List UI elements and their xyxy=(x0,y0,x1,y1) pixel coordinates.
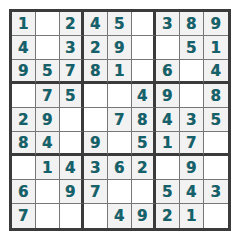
sudoku-cell-r5c4[interactable] xyxy=(84,108,108,132)
sudoku-cell-r2c4[interactable]: 2 xyxy=(84,36,108,60)
sudoku-cell-r6c1[interactable]: 8 xyxy=(12,132,36,156)
sudoku-cell-r2c9[interactable]: 1 xyxy=(204,36,228,60)
sudoku-cell-r4c7[interactable]: 9 xyxy=(156,84,180,108)
sudoku-cell-r3c9[interactable]: 4 xyxy=(204,60,228,84)
sudoku-cell-r8c2[interactable] xyxy=(36,180,60,204)
sudoku-cell-r2c5[interactable]: 9 xyxy=(108,36,132,60)
sudoku-cell-r1c8[interactable]: 8 xyxy=(180,12,204,36)
sudoku-cell-r9c3[interactable] xyxy=(60,204,84,228)
sudoku-cell-r8c5[interactable] xyxy=(108,180,132,204)
sudoku-cell-r3c4[interactable]: 8 xyxy=(84,60,108,84)
sudoku-cell-r8c9[interactable]: 3 xyxy=(204,180,228,204)
sudoku-cell-r9c1[interactable]: 7 xyxy=(12,204,36,228)
sudoku-cell-r9c2[interactable] xyxy=(36,204,60,228)
sudoku-cell-r3c2[interactable]: 5 xyxy=(36,60,60,84)
sudoku-cell-r6c8[interactable]: 7 xyxy=(180,132,204,156)
sudoku-cell-r8c1[interactable]: 6 xyxy=(12,180,36,204)
sudoku-cell-r7c8[interactable]: 9 xyxy=(180,156,204,180)
sudoku-cell-r4c3[interactable]: 5 xyxy=(60,84,84,108)
sudoku-cell-r3c8[interactable] xyxy=(180,60,204,84)
sudoku-cell-r3c1[interactable]: 9 xyxy=(12,60,36,84)
sudoku-cell-r9c9[interactable] xyxy=(204,204,228,228)
sudoku-cell-r1c9[interactable]: 9 xyxy=(204,12,228,36)
sudoku-cell-r7c4[interactable]: 3 xyxy=(84,156,108,180)
sudoku-cell-r8c3[interactable]: 9 xyxy=(60,180,84,204)
sudoku-cell-r3c3[interactable]: 7 xyxy=(60,60,84,84)
sudoku-cell-r3c6[interactable] xyxy=(132,60,156,84)
sudoku-cell-r1c2[interactable] xyxy=(36,12,60,36)
sudoku-cell-r5c6[interactable]: 8 xyxy=(132,108,156,132)
sudoku-cell-r2c3[interactable]: 3 xyxy=(60,36,84,60)
sudoku-cell-r4c6[interactable]: 4 xyxy=(132,84,156,108)
sudoku-cell-r4c5[interactable] xyxy=(108,84,132,108)
sudoku-cell-r9c5[interactable]: 4 xyxy=(108,204,132,228)
sudoku-cell-r1c5[interactable]: 5 xyxy=(108,12,132,36)
sudoku-cell-r5c9[interactable]: 5 xyxy=(204,108,228,132)
sudoku-cell-r4c8[interactable] xyxy=(180,84,204,108)
sudoku-cell-r4c9[interactable]: 8 xyxy=(204,84,228,108)
sudoku-cell-r7c6[interactable]: 2 xyxy=(132,156,156,180)
sudoku-cell-r5c1[interactable]: 2 xyxy=(12,108,36,132)
sudoku-cell-r5c7[interactable]: 4 xyxy=(156,108,180,132)
sudoku-cell-r5c3[interactable] xyxy=(60,108,84,132)
sudoku-board: 1245389432951957816475498297843584951714… xyxy=(9,9,231,231)
sudoku-cell-r2c2[interactable] xyxy=(36,36,60,60)
sudoku-cell-r7c1[interactable] xyxy=(12,156,36,180)
sudoku-cell-r9c4[interactable] xyxy=(84,204,108,228)
sudoku-cell-r2c6[interactable] xyxy=(132,36,156,60)
sudoku-cell-r7c7[interactable] xyxy=(156,156,180,180)
sudoku-cell-r8c4[interactable]: 7 xyxy=(84,180,108,204)
sudoku-cell-r6c5[interactable] xyxy=(108,132,132,156)
sudoku-cell-r5c2[interactable]: 9 xyxy=(36,108,60,132)
sudoku-cell-r9c8[interactable]: 1 xyxy=(180,204,204,228)
sudoku-cell-r7c3[interactable]: 4 xyxy=(60,156,84,180)
sudoku-cell-r5c8[interactable]: 3 xyxy=(180,108,204,132)
sudoku-cell-r6c2[interactable]: 4 xyxy=(36,132,60,156)
sudoku-cell-r8c7[interactable]: 5 xyxy=(156,180,180,204)
sudoku-cell-r1c7[interactable]: 3 xyxy=(156,12,180,36)
sudoku-cell-r2c8[interactable]: 5 xyxy=(180,36,204,60)
sudoku-cell-r1c1[interactable]: 1 xyxy=(12,12,36,36)
sudoku-cell-r4c1[interactable] xyxy=(12,84,36,108)
sudoku-cell-r7c5[interactable]: 6 xyxy=(108,156,132,180)
sudoku-cell-r4c4[interactable] xyxy=(84,84,108,108)
sudoku-cell-r6c9[interactable] xyxy=(204,132,228,156)
sudoku-cell-r8c6[interactable] xyxy=(132,180,156,204)
sudoku-cell-r1c3[interactable]: 2 xyxy=(60,12,84,36)
sudoku-cell-r6c6[interactable]: 5 xyxy=(132,132,156,156)
sudoku-cell-r8c8[interactable]: 4 xyxy=(180,180,204,204)
sudoku-cell-r6c7[interactable]: 1 xyxy=(156,132,180,156)
sudoku-cell-r3c7[interactable]: 6 xyxy=(156,60,180,84)
sudoku-cell-r7c2[interactable]: 1 xyxy=(36,156,60,180)
sudoku-cell-r2c1[interactable]: 4 xyxy=(12,36,36,60)
sudoku-cell-r1c4[interactable]: 4 xyxy=(84,12,108,36)
sudoku-cell-r9c6[interactable]: 9 xyxy=(132,204,156,228)
sudoku-cell-r6c4[interactable]: 9 xyxy=(84,132,108,156)
sudoku-cell-r9c7[interactable]: 2 xyxy=(156,204,180,228)
sudoku-cell-r5c5[interactable]: 7 xyxy=(108,108,132,132)
sudoku-cell-r3c5[interactable]: 1 xyxy=(108,60,132,84)
sudoku-cell-r2c7[interactable] xyxy=(156,36,180,60)
sudoku-page: 1245389432951957816475498297843584951714… xyxy=(0,0,240,240)
sudoku-cell-r7c9[interactable] xyxy=(204,156,228,180)
sudoku-cell-r6c3[interactable] xyxy=(60,132,84,156)
sudoku-cell-r4c2[interactable]: 7 xyxy=(36,84,60,108)
sudoku-cell-r1c6[interactable] xyxy=(132,12,156,36)
